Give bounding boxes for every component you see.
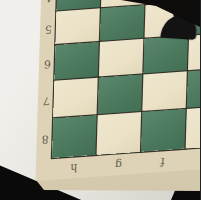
file-label-g: g (96, 152, 141, 177)
square-h6[interactable] (54, 42, 100, 81)
chessboard: 45♟678hgfed (36, 0, 201, 181)
square-g7[interactable] (98, 74, 144, 115)
square-g8[interactable] (97, 112, 143, 155)
file-label-h: h (51, 155, 96, 180)
square-e8[interactable] (186, 106, 200, 149)
rank-label-7: 7 (37, 81, 54, 120)
rank-label-8: 8 (36, 118, 53, 159)
border-corner (36, 158, 53, 181)
rank-label-6: 6 (39, 45, 56, 82)
square-h8[interactable] (52, 115, 98, 158)
square-e7[interactable] (187, 68, 200, 109)
square-h5[interactable] (55, 8, 101, 45)
square-g6[interactable] (99, 39, 145, 78)
square-f8[interactable] (141, 109, 187, 152)
rank-label-5: 5 (40, 11, 57, 46)
square-h7[interactable] (53, 78, 99, 119)
chessboard-photo-scene: 45♟678hgfed (0, 0, 200, 200)
square-g5[interactable] (100, 5, 146, 42)
file-label-f: f (140, 149, 185, 174)
file-label-e: e (185, 145, 200, 170)
square-f7[interactable] (142, 71, 188, 112)
